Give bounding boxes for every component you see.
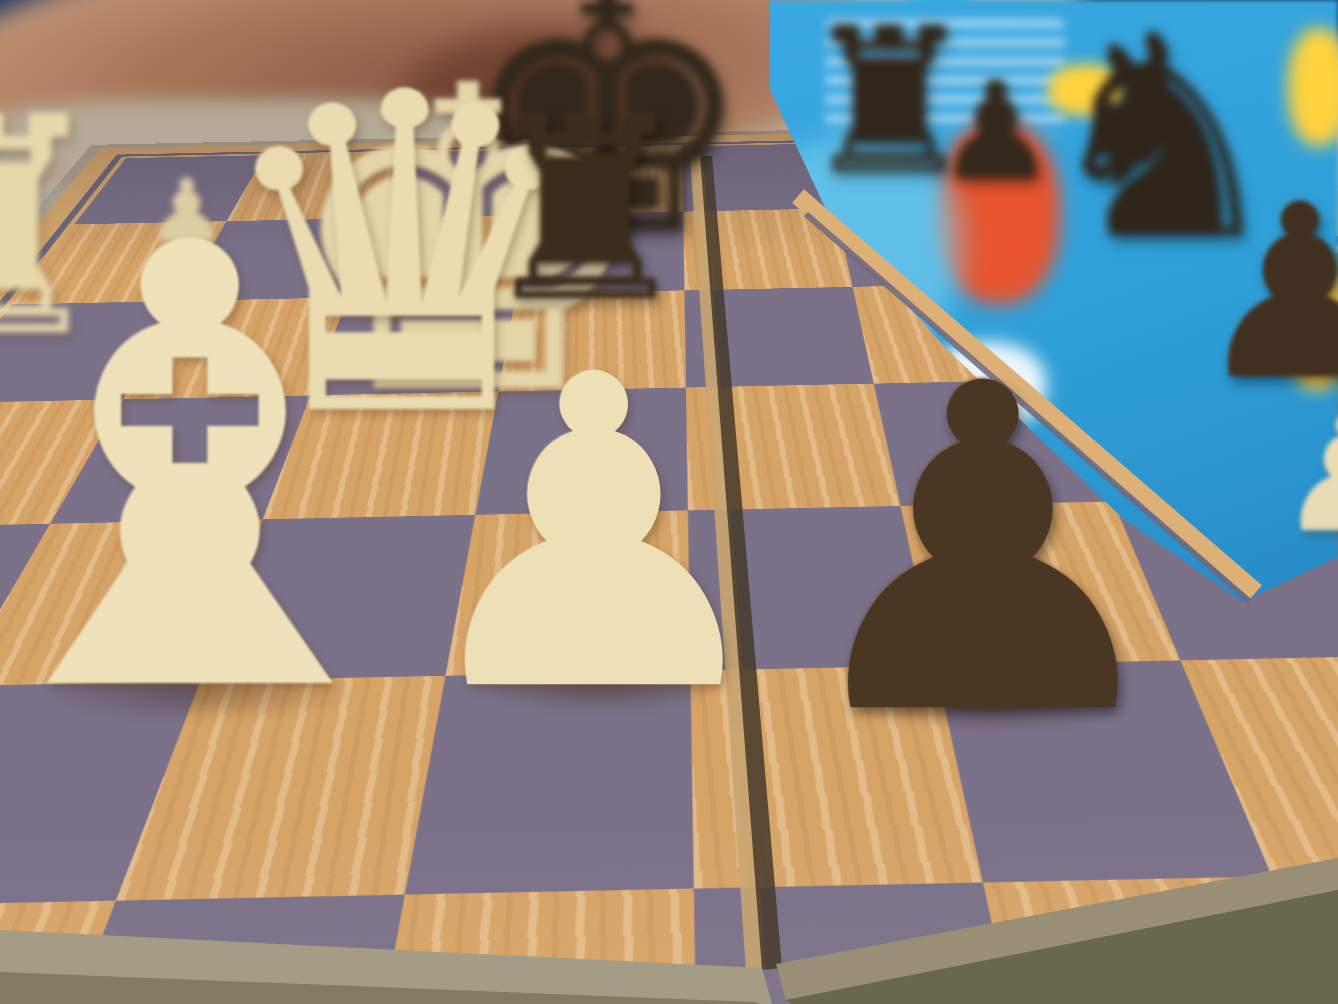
photo-scene: ♚ ♜ ♟ ♞ ♟ ♚ ♛ ♜ ♜ ♟ ♟ ♟ ♟ ♝ (0, 0, 1338, 1004)
black-pawn-b3[interactable]: ♟ (1192, 195, 1338, 392)
white-pawn-b2[interactable]: ♟ (1277, 409, 1338, 540)
black-rook-e4[interactable]: ♜ (473, 109, 697, 314)
pieces-layer: ♚ ♜ ♟ ♞ ♟ ♚ ♛ ♜ ♜ ♟ ♟ ♟ ♟ ♝ (0, 0, 1338, 1004)
white-bishop-f1[interactable]: ♝ (0, 222, 463, 722)
black-pawn-d1[interactable]: ♟ (781, 367, 1184, 736)
